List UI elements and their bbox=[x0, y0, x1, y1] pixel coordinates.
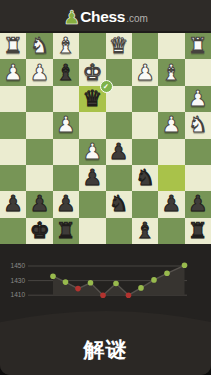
chesscom-pawn-icon: ♟ bbox=[63, 8, 80, 27]
square-d4[interactable] bbox=[106, 112, 132, 138]
square-e7[interactable] bbox=[79, 191, 105, 217]
square-h2[interactable]: ♟ bbox=[0, 59, 26, 85]
black-knight[interactable]: ♞ bbox=[109, 193, 129, 215]
black-pawn[interactable]: ♟ bbox=[30, 193, 50, 215]
square-g6[interactable] bbox=[26, 165, 52, 191]
square-c3[interactable] bbox=[132, 86, 158, 112]
puzzles-title: 解谜 bbox=[84, 336, 128, 364]
header-bar: ♟ Chess .com bbox=[0, 0, 211, 33]
square-e3[interactable]: ♛✓ bbox=[79, 86, 105, 112]
square-d7[interactable]: ♞ bbox=[106, 191, 132, 217]
rating-point-solved bbox=[113, 281, 119, 287]
white-queen[interactable]: ♛ bbox=[109, 35, 129, 57]
square-a2[interactable] bbox=[185, 59, 211, 85]
square-f8[interactable]: ♜ bbox=[53, 218, 79, 244]
y-axis-label: 1410 bbox=[11, 291, 26, 298]
rating-point-solved bbox=[182, 263, 188, 269]
square-e1[interactable] bbox=[79, 33, 105, 59]
white-knight[interactable]: ♞ bbox=[188, 114, 208, 136]
white-pawn[interactable]: ♟ bbox=[3, 62, 23, 84]
square-h4[interactable] bbox=[0, 112, 26, 138]
square-f2[interactable]: ♝ bbox=[53, 59, 79, 85]
square-g5[interactable] bbox=[26, 139, 52, 165]
square-f7[interactable]: ♟ bbox=[53, 191, 79, 217]
square-d8[interactable] bbox=[106, 218, 132, 244]
square-a3[interactable]: ♟ bbox=[185, 86, 211, 112]
square-b1[interactable] bbox=[158, 33, 184, 59]
black-bishop[interactable]: ♝ bbox=[56, 62, 76, 84]
square-a6[interactable] bbox=[185, 165, 211, 191]
square-a7[interactable]: ♟ bbox=[185, 191, 211, 217]
square-h5[interactable] bbox=[0, 139, 26, 165]
square-c8[interactable]: ♝ bbox=[132, 218, 158, 244]
black-pawn[interactable]: ♟ bbox=[82, 167, 102, 189]
logo-text: Chess bbox=[80, 8, 125, 26]
square-f4[interactable]: ♟ bbox=[53, 112, 79, 138]
black-pawn[interactable]: ♟ bbox=[109, 141, 129, 163]
square-f6[interactable] bbox=[53, 165, 79, 191]
white-knight[interactable]: ♞ bbox=[30, 35, 50, 57]
square-h3[interactable] bbox=[0, 86, 26, 112]
square-g3[interactable] bbox=[26, 86, 52, 112]
y-axis-label: 1450 bbox=[11, 262, 26, 269]
square-g1[interactable]: ♞ bbox=[26, 33, 52, 59]
square-d1[interactable]: ♛ bbox=[106, 33, 132, 59]
black-pawn[interactable]: ♟ bbox=[56, 193, 76, 215]
rating-point-failed bbox=[126, 292, 132, 298]
square-b2[interactable]: ♝ bbox=[158, 59, 184, 85]
white-bishop[interactable]: ♝ bbox=[162, 62, 182, 84]
square-h7[interactable]: ♟ bbox=[0, 191, 26, 217]
square-g4[interactable] bbox=[26, 112, 52, 138]
square-a8[interactable]: ♜ bbox=[185, 218, 211, 244]
square-h8[interactable] bbox=[0, 218, 26, 244]
chesscom-logo[interactable]: ♟ Chess .com bbox=[63, 6, 148, 26]
puzzles-link[interactable]: 解谜 bbox=[0, 324, 211, 375]
rating-point-solved bbox=[50, 273, 56, 279]
square-c5[interactable] bbox=[132, 139, 158, 165]
white-king[interactable]: ♚ bbox=[82, 62, 102, 84]
white-pawn[interactable]: ♟ bbox=[135, 62, 155, 84]
square-a4[interactable]: ♞ bbox=[185, 112, 211, 138]
square-e8[interactable] bbox=[79, 218, 105, 244]
square-g8[interactable]: ♚ bbox=[26, 218, 52, 244]
square-b7[interactable]: ♟ bbox=[158, 191, 184, 217]
white-rook[interactable]: ♜ bbox=[3, 35, 23, 57]
square-h1[interactable]: ♜ bbox=[0, 33, 26, 59]
square-a1[interactable]: ♜ bbox=[185, 33, 211, 59]
black-pawn[interactable]: ♟ bbox=[3, 193, 23, 215]
rating-chart: 145014301410 bbox=[0, 244, 211, 324]
square-f1[interactable]: ♝ bbox=[53, 33, 79, 59]
y-axis-label: 1430 bbox=[11, 277, 26, 284]
square-e6[interactable]: ♟ bbox=[79, 165, 105, 191]
logo-tld-text: .com bbox=[126, 13, 148, 24]
correct-move-badge: ✓ bbox=[100, 80, 113, 93]
white-pawn[interactable]: ♟ bbox=[30, 62, 50, 84]
white-pawn[interactable]: ♟ bbox=[56, 114, 76, 136]
white-pawn[interactable]: ♟ bbox=[188, 88, 208, 110]
square-a5[interactable] bbox=[185, 139, 211, 165]
square-d6[interactable] bbox=[106, 165, 132, 191]
white-pawn[interactable]: ♟ bbox=[82, 141, 102, 163]
puzzle-tile: ♟ Chess .com ♜♞♝♛♜♟♟♝♚♟♝♛✓♟♟♟♞♟♟♟♞♟♟♟♞♟♟… bbox=[0, 0, 211, 375]
white-bishop[interactable]: ♝ bbox=[56, 35, 76, 57]
chess-board[interactable]: ♜♞♝♛♜♟♟♝♚♟♝♛✓♟♟♟♞♟♟♟♞♟♟♟♞♟♟♚♜♝♜ bbox=[0, 33, 211, 244]
square-c2[interactable]: ♟ bbox=[132, 59, 158, 85]
square-b5[interactable] bbox=[158, 139, 184, 165]
square-b8[interactable] bbox=[158, 218, 184, 244]
rating-point-solved bbox=[63, 279, 69, 285]
black-knight[interactable]: ♞ bbox=[135, 167, 155, 189]
rating-point-solved bbox=[164, 271, 170, 277]
square-c6[interactable]: ♞ bbox=[132, 165, 158, 191]
rating-point-solved bbox=[138, 285, 144, 291]
square-e5[interactable]: ♟ bbox=[79, 139, 105, 165]
black-queen[interactable]: ♛ bbox=[82, 88, 102, 110]
rating-point-failed bbox=[100, 292, 106, 298]
square-b6[interactable] bbox=[158, 165, 184, 191]
black-pawn[interactable]: ♟ bbox=[188, 193, 208, 215]
square-b4[interactable]: ♟ bbox=[158, 112, 184, 138]
black-king[interactable]: ♚ bbox=[30, 220, 50, 242]
rating-point-solved bbox=[151, 277, 157, 283]
square-c4[interactable] bbox=[132, 112, 158, 138]
black-rook[interactable]: ♜ bbox=[56, 220, 76, 242]
black-bishop[interactable]: ♝ bbox=[135, 220, 155, 242]
square-d5[interactable]: ♟ bbox=[106, 139, 132, 165]
black-pawn[interactable]: ♟ bbox=[162, 193, 182, 215]
square-e4[interactable] bbox=[79, 112, 105, 138]
square-f3[interactable] bbox=[53, 86, 79, 112]
square-c7[interactable] bbox=[132, 191, 158, 217]
square-f5[interactable] bbox=[53, 139, 79, 165]
square-b3[interactable] bbox=[158, 86, 184, 112]
black-rook[interactable]: ♜ bbox=[188, 220, 208, 242]
square-g2[interactable]: ♟ bbox=[26, 59, 52, 85]
rating-point-failed bbox=[75, 286, 81, 292]
square-c1[interactable] bbox=[132, 33, 158, 59]
white-rook[interactable]: ♜ bbox=[188, 35, 208, 57]
square-h6[interactable] bbox=[0, 165, 26, 191]
square-g7[interactable]: ♟ bbox=[26, 191, 52, 217]
white-pawn[interactable]: ♟ bbox=[162, 114, 182, 136]
rating-point-solved bbox=[88, 280, 94, 286]
